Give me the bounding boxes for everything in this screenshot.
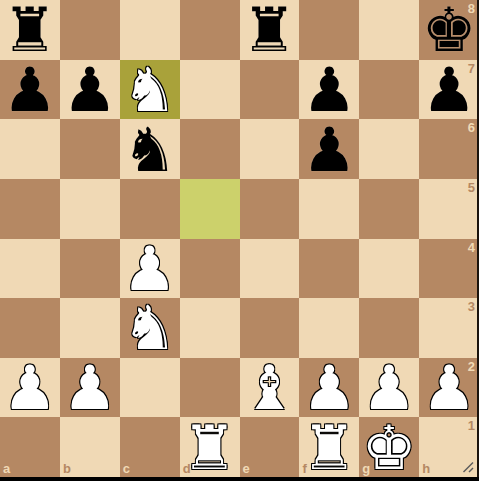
square-a6[interactable] [0,119,60,179]
square-c7[interactable]: ♞ [120,60,180,120]
chess-board-panel: ♜♜♚8♟♟♞♟♟7♞♟65♟4♞3♟♟♝♟♟♟2abc♜de♜f♚gh1 [0,0,479,481]
square-c3[interactable]: ♞ [120,298,180,358]
square-a2[interactable]: ♟ [0,358,60,418]
square-h7[interactable]: ♟7 [419,60,479,120]
square-f2[interactable]: ♟ [299,358,359,418]
piece-white-knight[interactable]: ♞ [120,298,180,358]
board-bottom-edge [0,477,479,481]
square-d1[interactable]: ♜d [180,417,240,477]
square-g2[interactable]: ♟ [359,358,419,418]
square-a3[interactable] [0,298,60,358]
square-e4[interactable] [240,239,300,299]
square-c2[interactable] [120,358,180,418]
square-d7[interactable] [180,60,240,120]
piece-black-pawn[interactable]: ♟ [419,60,479,120]
square-f8[interactable] [299,0,359,60]
square-a8[interactable]: ♜ [0,0,60,60]
square-a7[interactable]: ♟ [0,60,60,120]
coord-rank-4: 4 [468,240,475,255]
square-e1[interactable]: e [240,417,300,477]
square-c1[interactable]: c [120,417,180,477]
piece-black-rook[interactable]: ♜ [240,0,300,60]
square-d4[interactable] [180,239,240,299]
piece-white-bishop[interactable]: ♝ [240,358,300,418]
square-e2[interactable]: ♝ [240,358,300,418]
square-g1[interactable]: ♚g [359,417,419,477]
resize-handle-icon[interactable] [460,459,474,473]
piece-white-king[interactable]: ♚ [359,417,419,477]
square-g5[interactable] [359,179,419,239]
piece-white-rook[interactable]: ♜ [180,417,240,477]
square-b8[interactable] [60,0,120,60]
piece-white-pawn[interactable]: ♟ [120,239,180,299]
square-h8[interactable]: ♚8 [419,0,479,60]
square-h3[interactable]: 3 [419,298,479,358]
square-d3[interactable] [180,298,240,358]
coord-rank-5: 5 [468,180,475,195]
square-f3[interactable] [299,298,359,358]
square-g6[interactable] [359,119,419,179]
square-c6[interactable]: ♞ [120,119,180,179]
piece-black-king[interactable]: ♚ [419,0,479,60]
square-c5[interactable] [120,179,180,239]
chess-board: ♜♜♚8♟♟♞♟♟7♞♟65♟4♞3♟♟♝♟♟♟2abc♜de♜f♚gh1 [0,0,479,477]
square-a5[interactable] [0,179,60,239]
piece-black-pawn[interactable]: ♟ [60,60,120,120]
coord-file-h: h [422,461,430,476]
coord-file-a: a [3,461,10,476]
square-e7[interactable] [240,60,300,120]
square-f1[interactable]: ♜f [299,417,359,477]
square-e6[interactable] [240,119,300,179]
piece-black-knight[interactable]: ♞ [120,119,180,179]
square-e8[interactable]: ♜ [240,0,300,60]
square-h2[interactable]: ♟2 [419,358,479,418]
piece-white-knight[interactable]: ♞ [120,60,180,120]
piece-black-pawn[interactable]: ♟ [299,119,359,179]
square-d8[interactable] [180,0,240,60]
piece-white-pawn[interactable]: ♟ [0,358,60,418]
square-b7[interactable]: ♟ [60,60,120,120]
square-a1[interactable]: a [0,417,60,477]
square-b6[interactable] [60,119,120,179]
piece-black-rook[interactable]: ♜ [0,0,60,60]
square-d5[interactable] [180,179,240,239]
square-e3[interactable] [240,298,300,358]
square-b3[interactable] [60,298,120,358]
square-f4[interactable] [299,239,359,299]
piece-black-pawn[interactable]: ♟ [299,60,359,120]
square-g3[interactable] [359,298,419,358]
square-a4[interactable] [0,239,60,299]
coord-file-c: c [123,461,130,476]
square-d2[interactable] [180,358,240,418]
square-h5[interactable]: 5 [419,179,479,239]
piece-white-pawn[interactable]: ♟ [299,358,359,418]
square-g8[interactable] [359,0,419,60]
square-f5[interactable] [299,179,359,239]
square-h6[interactable]: 6 [419,119,479,179]
square-g7[interactable] [359,60,419,120]
square-d6[interactable] [180,119,240,179]
square-b2[interactable]: ♟ [60,358,120,418]
coord-file-e: e [243,461,250,476]
square-f7[interactable]: ♟ [299,60,359,120]
square-g4[interactable] [359,239,419,299]
piece-white-pawn[interactable]: ♟ [419,358,479,418]
piece-white-pawn[interactable]: ♟ [359,358,419,418]
piece-white-pawn[interactable]: ♟ [60,358,120,418]
square-b5[interactable] [60,179,120,239]
square-b4[interactable] [60,239,120,299]
square-f6[interactable]: ♟ [299,119,359,179]
piece-white-rook[interactable]: ♜ [299,417,359,477]
square-e5[interactable] [240,179,300,239]
coord-file-b: b [63,461,71,476]
coord-rank-3: 3 [468,299,475,314]
square-c4[interactable]: ♟ [120,239,180,299]
piece-black-pawn[interactable]: ♟ [0,60,60,120]
square-h4[interactable]: 4 [419,239,479,299]
square-b1[interactable]: b [60,417,120,477]
square-c8[interactable] [120,0,180,60]
